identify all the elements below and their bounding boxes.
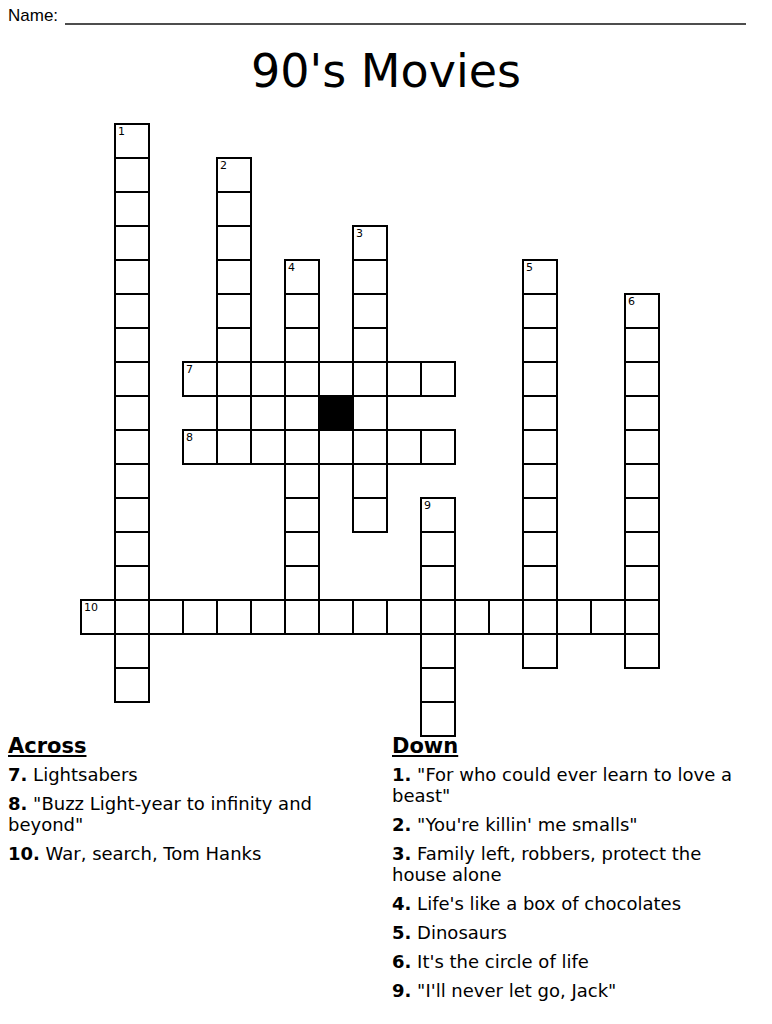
cell-number: 2 — [220, 159, 227, 172]
grid-cell[interactable] — [352, 259, 388, 295]
grid-cell[interactable] — [216, 327, 252, 363]
grid-cell[interactable] — [420, 429, 456, 465]
clue-number: 5. — [392, 922, 411, 943]
clue: 6. It's the circle of life — [392, 951, 760, 972]
grid-cell[interactable] — [420, 599, 456, 635]
clue-number: 9. — [392, 980, 411, 1001]
across-clues-section: Across 7. Lightsabers8. "Buzz Light-year… — [8, 734, 373, 872]
grid-cell[interactable] — [420, 667, 456, 703]
cell-number: 7 — [186, 363, 193, 376]
grid-cell[interactable] — [386, 361, 422, 397]
cell-number: 6 — [628, 295, 635, 308]
grid-cell[interactable] — [114, 633, 150, 669]
grid-cell[interactable] — [284, 429, 320, 465]
grid-cell[interactable] — [216, 225, 252, 261]
grid-cell[interactable] — [352, 599, 388, 635]
clue-number: 7. — [8, 764, 27, 785]
grid-cell[interactable] — [114, 395, 150, 431]
grid-cell[interactable] — [284, 565, 320, 601]
grid-cell[interactable] — [624, 463, 660, 499]
clue: 8. "Buzz Light-year to infinity and beyo… — [8, 793, 373, 835]
down-clue-list: 1. "For who could ever learn to love a b… — [392, 764, 760, 1001]
grid-cell[interactable] — [386, 429, 422, 465]
grid-cell[interactable] — [284, 293, 320, 329]
grid-cell[interactable] — [114, 531, 150, 567]
grid-cell[interactable] — [522, 395, 558, 431]
grid-cell[interactable] — [318, 361, 354, 397]
clue-number: 1. — [392, 764, 411, 785]
grid-cell[interactable] — [522, 293, 558, 329]
grid-cell[interactable] — [352, 497, 388, 533]
grid-cell[interactable] — [624, 361, 660, 397]
grid-cell[interactable] — [114, 429, 150, 465]
grid-cell[interactable] — [522, 327, 558, 363]
grid-cell[interactable] — [284, 361, 320, 397]
grid-cell[interactable] — [284, 531, 320, 567]
grid-cell[interactable] — [284, 395, 320, 431]
grid-cell[interactable] — [114, 361, 150, 397]
grid-cell[interactable] — [352, 395, 388, 431]
clue: 1. "For who could ever learn to love a b… — [392, 764, 760, 806]
clue-number: 4. — [392, 893, 411, 914]
cell-number: 10 — [84, 601, 98, 614]
grid-cell[interactable] — [250, 361, 286, 397]
grid-cell[interactable] — [318, 429, 354, 465]
grid-cell[interactable] — [624, 531, 660, 567]
cell-number: 4 — [288, 261, 295, 274]
grid-cell[interactable]: 10 — [80, 599, 116, 635]
name-label: Name: — [8, 6, 58, 26]
clue-number: 10. — [8, 843, 40, 864]
grid-cell[interactable] — [420, 361, 456, 397]
grid-cell[interactable] — [216, 191, 252, 227]
clue-number: 6. — [392, 951, 411, 972]
grid-cell[interactable] — [386, 599, 422, 635]
grid-cell[interactable] — [114, 327, 150, 363]
grid-cell[interactable] — [522, 361, 558, 397]
clue: 3. Family left, robbers, protect the hou… — [392, 843, 760, 885]
grid-cell[interactable] — [624, 395, 660, 431]
grid-cell[interactable] — [284, 463, 320, 499]
grid-cell[interactable] — [420, 633, 456, 669]
grid-cell[interactable] — [114, 599, 150, 635]
grid-cell[interactable] — [250, 429, 286, 465]
grid-cell[interactable] — [114, 259, 150, 295]
grid-cell[interactable] — [216, 259, 252, 295]
grid-cell[interactable] — [624, 633, 660, 669]
name-blank-line[interactable] — [65, 21, 746, 25]
grid-cell[interactable] — [352, 463, 388, 499]
grid-cell[interactable]: 9 — [420, 497, 456, 533]
grid-cell[interactable] — [420, 565, 456, 601]
down-heading: Down — [392, 734, 760, 758]
grid-cell[interactable] — [522, 463, 558, 499]
grid-cell[interactable] — [556, 599, 592, 635]
grid-cell[interactable] — [522, 531, 558, 567]
grid-cell[interactable] — [522, 599, 558, 635]
cell-number: 8 — [186, 431, 193, 444]
grid-cell[interactable] — [454, 599, 490, 635]
grid-cell[interactable]: 2 — [216, 157, 252, 193]
grid-cell[interactable] — [522, 497, 558, 533]
grid-cell[interactable] — [216, 395, 252, 431]
grid-cell[interactable] — [250, 599, 286, 635]
grid-cell[interactable] — [148, 599, 184, 635]
clue: 4. Life's like a box of chocolates — [392, 893, 760, 914]
grid-cell[interactable] — [114, 667, 150, 703]
black-cell — [318, 395, 354, 431]
grid-cell[interactable]: 3 — [352, 225, 388, 261]
puzzle-title: 90's Movies — [0, 44, 772, 98]
cell-number: 9 — [424, 499, 431, 512]
grid-cell[interactable] — [420, 701, 456, 737]
grid-cell[interactable] — [182, 599, 218, 635]
down-clues-section: Down 1. "For who could ever learn to lov… — [392, 734, 760, 1009]
grid-cell[interactable]: 8 — [182, 429, 218, 465]
cell-number: 1 — [118, 125, 125, 138]
grid-cell[interactable]: 1 — [114, 123, 150, 159]
grid-cell[interactable] — [216, 293, 252, 329]
grid-cell[interactable]: 7 — [182, 361, 218, 397]
clue: 5. Dinosaurs — [392, 922, 760, 943]
grid-cell[interactable] — [216, 361, 252, 397]
crossword-grid: 12345678910 — [80, 123, 660, 737]
across-clue-list: 7. Lightsabers8. "Buzz Light-year to inf… — [8, 764, 373, 864]
grid-cell[interactable]: 5 — [522, 259, 558, 295]
grid-cell[interactable] — [352, 293, 388, 329]
clue-number: 8. — [8, 793, 27, 814]
grid-cell[interactable] — [624, 497, 660, 533]
cell-number: 3 — [356, 227, 363, 240]
clue: 10. War, search, Tom Hanks — [8, 843, 373, 864]
grid-cell[interactable] — [522, 429, 558, 465]
grid-cell[interactable] — [216, 429, 252, 465]
grid-cell[interactable] — [284, 599, 320, 635]
grid-cell[interactable] — [420, 531, 456, 567]
grid-cell[interactable] — [114, 225, 150, 261]
grid-cell[interactable] — [624, 327, 660, 363]
grid-cell[interactable]: 6 — [624, 293, 660, 329]
grid-cell[interactable] — [114, 293, 150, 329]
grid-cell[interactable] — [352, 429, 388, 465]
grid-cell[interactable] — [352, 361, 388, 397]
grid-cell[interactable] — [114, 497, 150, 533]
grid-cell[interactable] — [624, 565, 660, 601]
name-row: Name: — [8, 6, 746, 26]
grid-cell[interactable]: 4 — [284, 259, 320, 295]
grid-cell[interactable] — [114, 463, 150, 499]
grid-cell[interactable] — [318, 599, 354, 635]
grid-cell[interactable] — [624, 429, 660, 465]
clue-number: 3. — [392, 843, 411, 864]
grid-cell[interactable] — [488, 599, 524, 635]
grid-cell[interactable] — [114, 565, 150, 601]
grid-cell[interactable] — [590, 599, 626, 635]
grid-cell[interactable] — [522, 633, 558, 669]
clue-number: 2. — [392, 814, 411, 835]
grid-cell[interactable] — [114, 157, 150, 193]
clue: 2. "You're killin' me smalls" — [392, 814, 760, 835]
grid-cell[interactable] — [624, 599, 660, 635]
grid-cell[interactable] — [352, 327, 388, 363]
grid-cell[interactable] — [522, 565, 558, 601]
grid-cell[interactable] — [284, 327, 320, 363]
cell-number: 5 — [526, 261, 533, 274]
clue: 7. Lightsabers — [8, 764, 373, 785]
clue: 9. "I'll never let go, Jack" — [392, 980, 760, 1001]
grid-cell[interactable] — [284, 497, 320, 533]
across-heading: Across — [8, 734, 373, 758]
grid-cell[interactable] — [216, 599, 252, 635]
grid-cell[interactable] — [114, 191, 150, 227]
